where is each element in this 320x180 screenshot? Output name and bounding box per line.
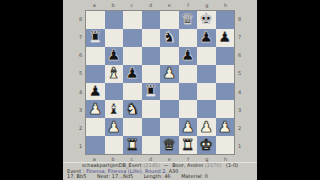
- file-labels-top: abcdefgh: [85, 2, 235, 9]
- square-f8[interactable]: ♛: [179, 11, 198, 29]
- piece-white-rook[interactable]: ♜: [126, 138, 139, 153]
- rank-label-5: 5: [236, 64, 243, 82]
- piece-black-rook[interactable]: ♜: [144, 84, 157, 99]
- piece-black-queen[interactable]: ♛: [181, 12, 194, 27]
- rank-label-2: 2: [77, 119, 84, 137]
- square-a8[interactable]: [86, 11, 105, 29]
- square-f5[interactable]: [179, 65, 198, 83]
- square-g1[interactable]: ♚: [197, 136, 216, 154]
- piece-black-pawn[interactable]: ♟: [181, 48, 194, 63]
- square-g6[interactable]: [197, 47, 216, 65]
- square-b1[interactable]: [105, 136, 124, 154]
- square-h5[interactable]: [216, 65, 235, 83]
- next-move: Next: 17...Nd5: [97, 173, 133, 179]
- black-player-rating: (2170): [205, 162, 222, 168]
- piece-black-rook[interactable]: ♜: [89, 30, 102, 45]
- file-label-e: e: [160, 2, 179, 9]
- square-e6[interactable]: [160, 47, 179, 65]
- file-label-f: f: [179, 2, 198, 9]
- square-d7[interactable]: [142, 29, 161, 47]
- square-f6[interactable]: ♟: [179, 47, 198, 65]
- piece-white-pawn[interactable]: ♟: [107, 120, 120, 135]
- piece-white-king[interactable]: ♚: [200, 138, 213, 153]
- game-result: (1-0): [226, 162, 238, 168]
- square-h2[interactable]: ♟: [216, 118, 235, 136]
- piece-black-pawn[interactable]: ♟: [218, 30, 231, 45]
- rank-label-1: 1: [77, 137, 84, 155]
- material-balance: Material: 0: [181, 173, 208, 179]
- piece-black-king[interactable]: ♚: [200, 12, 213, 27]
- piece-white-pawn[interactable]: ♟: [89, 102, 102, 117]
- piece-white-pawn[interactable]: ♟: [218, 120, 231, 135]
- rank-label-6: 6: [77, 46, 84, 64]
- square-b8[interactable]: [105, 11, 124, 29]
- piece-black-pawn[interactable]: ♟: [89, 84, 102, 99]
- rank-labels-right: 87654321: [236, 10, 243, 155]
- piece-black-knight[interactable]: ♞: [163, 30, 176, 45]
- piece-black-bishop[interactable]: ♝: [107, 102, 120, 117]
- rank-label-4: 4: [236, 83, 243, 101]
- rank-label-3: 3: [236, 101, 243, 119]
- square-f7[interactable]: [179, 29, 198, 47]
- square-e4[interactable]: [160, 83, 179, 101]
- last-move: 17. Bb5: [67, 173, 86, 179]
- rank-label-8: 8: [236, 10, 243, 28]
- square-g5[interactable]: [197, 65, 216, 83]
- square-g2[interactable]: ♟: [197, 118, 216, 136]
- square-b5[interactable]: ♝: [105, 65, 124, 83]
- square-b6[interactable]: ♟: [105, 47, 124, 65]
- square-e5[interactable]: ♟: [160, 65, 179, 83]
- square-c4[interactable]: [123, 83, 142, 101]
- square-c6[interactable]: [123, 47, 142, 65]
- piece-white-queen[interactable]: ♛: [163, 138, 176, 153]
- square-h8[interactable]: [216, 11, 235, 29]
- square-f3[interactable]: [179, 100, 198, 118]
- square-a3[interactable]: ♟: [86, 100, 105, 118]
- piece-white-pawn[interactable]: ♟: [200, 120, 213, 135]
- square-c3[interactable]: ♞: [123, 100, 142, 118]
- square-d5[interactable]: [142, 65, 161, 83]
- square-c2[interactable]: [123, 118, 142, 136]
- file-label-h: h: [216, 2, 235, 9]
- rank-label-5: 5: [77, 64, 84, 82]
- piece-black-pawn[interactable]: ♟: [126, 66, 139, 81]
- square-h6[interactable]: [216, 47, 235, 65]
- rank-label-8: 8: [77, 10, 84, 28]
- rank-label-2: 2: [236, 119, 243, 137]
- square-d6[interactable]: [142, 47, 161, 65]
- square-e8[interactable]: [160, 11, 179, 29]
- square-f2[interactable]: ♟: [179, 118, 198, 136]
- square-g4[interactable]: [197, 83, 216, 101]
- video-frame: abcdefgh 87654321 87654321 ♛♚♜♞♟♟♟♟♝♟♟♟♜…: [0, 0, 320, 180]
- square-g7[interactable]: ♟: [197, 29, 216, 47]
- rank-label-7: 7: [236, 28, 243, 46]
- rank-label-7: 7: [77, 28, 84, 46]
- square-c1[interactable]: ♜: [123, 136, 142, 154]
- square-a4[interactable]: ♟: [86, 83, 105, 101]
- rank-labels-left: 87654321: [77, 10, 84, 155]
- game-length: Length: 46: [144, 173, 171, 179]
- square-a2[interactable]: [86, 118, 105, 136]
- square-b4[interactable]: [105, 83, 124, 101]
- chess-board: ♛♚♜♞♟♟♟♟♝♟♟♟♜♟♝♞♟♟♟♟♜♛♜♚: [85, 10, 235, 155]
- piece-white-bishop[interactable]: ♝: [107, 66, 120, 81]
- square-a6[interactable]: [86, 47, 105, 65]
- piece-white-rook[interactable]: ♜: [181, 138, 194, 153]
- piece-white-pawn[interactable]: ♟: [163, 66, 176, 81]
- rank-label-3: 3: [77, 101, 84, 119]
- square-h1[interactable]: [216, 136, 235, 154]
- file-label-a: a: [85, 2, 104, 9]
- square-d4[interactable]: ♜: [142, 83, 161, 101]
- square-e7[interactable]: ♞: [160, 29, 179, 47]
- square-e2[interactable]: [160, 118, 179, 136]
- rank-label-4: 4: [77, 83, 84, 101]
- square-h7[interactable]: ♟: [216, 29, 235, 47]
- piece-white-pawn[interactable]: ♟: [181, 120, 194, 135]
- file-label-d: d: [141, 2, 160, 9]
- file-label-b: b: [104, 2, 123, 9]
- square-h4[interactable]: [216, 83, 235, 101]
- file-label-c: c: [123, 2, 142, 9]
- square-c8[interactable]: [123, 11, 142, 29]
- piece-black-pawn[interactable]: ♟: [200, 30, 213, 45]
- square-e3[interactable]: [160, 100, 179, 118]
- square-f1[interactable]: ♜: [179, 136, 198, 154]
- rank-label-1: 1: [236, 137, 243, 155]
- square-g3[interactable]: [197, 100, 216, 118]
- rank-label-6: 6: [236, 46, 243, 64]
- square-c7[interactable]: [123, 29, 142, 47]
- square-a1[interactable]: [86, 136, 105, 154]
- square-d2[interactable]: [142, 118, 161, 136]
- square-b3[interactable]: ♝: [105, 100, 124, 118]
- square-h3[interactable]: [216, 100, 235, 118]
- square-d1[interactable]: [142, 136, 161, 154]
- file-label-g: g: [198, 2, 217, 9]
- piece-white-knight[interactable]: ♞: [126, 102, 139, 117]
- square-g8[interactable]: ♚: [197, 11, 216, 29]
- square-a7[interactable]: ♜: [86, 29, 105, 47]
- square-d8[interactable]: [142, 11, 161, 29]
- square-b7[interactable]: [105, 29, 124, 47]
- status-line: 17. Bb5 Next: 17...Nd5 Length: 46 Materi…: [63, 174, 257, 179]
- square-f4[interactable]: [179, 83, 198, 101]
- square-a5[interactable]: [86, 65, 105, 83]
- piece-black-pawn[interactable]: ♟: [107, 48, 120, 63]
- square-d3[interactable]: [142, 100, 161, 118]
- square-b2[interactable]: ♟: [105, 118, 124, 136]
- square-e1[interactable]: ♛: [160, 136, 179, 154]
- square-c5[interactable]: ♟: [123, 65, 142, 83]
